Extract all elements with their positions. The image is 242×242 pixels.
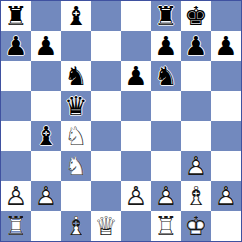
square-g8[interactable]: ♚: [181, 1, 211, 31]
white-king[interactable]: ♚♔: [181, 211, 211, 241]
white-queen[interactable]: ♛♕: [91, 211, 121, 241]
square-f1[interactable]: ♜♖: [151, 211, 181, 241]
square-a7[interactable]: ♟: [1, 31, 31, 61]
black-rook-glyph: ♜: [151, 1, 181, 31]
square-a6[interactable]: [1, 61, 31, 91]
black-bishop[interactable]: ♝: [31, 121, 61, 151]
square-g2[interactable]: ♝♗: [181, 181, 211, 211]
square-b7[interactable]: ♟: [31, 31, 61, 61]
black-knight[interactable]: ♞: [151, 61, 181, 91]
square-f7[interactable]: ♟: [151, 31, 181, 61]
black-pawn-glyph: ♟: [211, 31, 241, 61]
square-d5[interactable]: [91, 91, 121, 121]
white-pawn-glyph: ♙: [31, 181, 61, 211]
square-b4[interactable]: ♝: [31, 121, 61, 151]
square-h8[interactable]: [211, 1, 241, 31]
chess-board-container: ♜♝♜♚♟♟♟♟♟♞♟♞♛♝♞♘♞♘♟♙♟♙♟♙♟♙♟♙♝♗♟♙♜♖♝♗♛♕♜♖…: [0, 0, 242, 242]
square-a8[interactable]: ♜: [1, 1, 31, 31]
square-e2[interactable]: ♟♙: [121, 181, 151, 211]
black-pawn[interactable]: ♟: [181, 31, 211, 61]
square-a1[interactable]: ♜♖: [1, 211, 31, 241]
white-knight-glyph: ♘: [61, 121, 91, 151]
square-e4[interactable]: [121, 121, 151, 151]
square-g7[interactable]: ♟: [181, 31, 211, 61]
black-rook[interactable]: ♜: [1, 1, 31, 31]
white-rook-glyph: ♖: [1, 211, 31, 241]
black-pawn[interactable]: ♟: [121, 61, 151, 91]
square-h7[interactable]: ♟: [211, 31, 241, 61]
white-pawn[interactable]: ♟♙: [1, 181, 31, 211]
square-b2[interactable]: ♟♙: [31, 181, 61, 211]
square-h5[interactable]: [211, 91, 241, 121]
white-pawn-glyph: ♙: [181, 151, 211, 181]
white-rook[interactable]: ♜♖: [151, 211, 181, 241]
white-pawn[interactable]: ♟♙: [211, 181, 241, 211]
square-g4[interactable]: [181, 121, 211, 151]
white-queen-glyph: ♕: [91, 211, 121, 241]
square-h2[interactable]: ♟♙: [211, 181, 241, 211]
square-c1[interactable]: ♝♗: [61, 211, 91, 241]
square-e6[interactable]: ♟: [121, 61, 151, 91]
white-knight[interactable]: ♞♘: [61, 121, 91, 151]
white-knight[interactable]: ♞♘: [61, 151, 91, 181]
white-bishop[interactable]: ♝♗: [61, 211, 91, 241]
square-c3[interactable]: ♞♘: [61, 151, 91, 181]
square-b8[interactable]: [31, 1, 61, 31]
square-f5[interactable]: [151, 91, 181, 121]
square-g1[interactable]: ♚♔: [181, 211, 211, 241]
square-g5[interactable]: [181, 91, 211, 121]
white-knight-glyph: ♘: [61, 151, 91, 181]
black-bishop-glyph: ♝: [31, 121, 61, 151]
black-rook[interactable]: ♜: [151, 1, 181, 31]
white-pawn-glyph: ♙: [211, 181, 241, 211]
black-pawn-glyph: ♟: [181, 31, 211, 61]
black-knight-glyph: ♞: [151, 61, 181, 91]
square-d1[interactable]: ♛♕: [91, 211, 121, 241]
black-pawn-glyph: ♟: [151, 31, 181, 61]
white-pawn[interactable]: ♟♙: [151, 181, 181, 211]
white-bishop[interactable]: ♝♗: [181, 181, 211, 211]
white-pawn[interactable]: ♟♙: [181, 151, 211, 181]
square-d4[interactable]: [91, 121, 121, 151]
square-a4[interactable]: [1, 121, 31, 151]
square-d6[interactable]: [91, 61, 121, 91]
square-c8[interactable]: ♝: [61, 1, 91, 31]
white-rook-glyph: ♖: [151, 211, 181, 241]
square-e5[interactable]: [121, 91, 151, 121]
square-c5[interactable]: ♛: [61, 91, 91, 121]
square-d8[interactable]: [91, 1, 121, 31]
black-queen-glyph: ♛: [61, 91, 91, 121]
square-e1[interactable]: [121, 211, 151, 241]
square-c6[interactable]: ♞: [61, 61, 91, 91]
black-pawn[interactable]: ♟: [31, 31, 61, 61]
white-pawn[interactable]: ♟♙: [121, 181, 151, 211]
black-queen[interactable]: ♛: [61, 91, 91, 121]
black-pawn-glyph: ♟: [1, 31, 31, 61]
black-pawn[interactable]: ♟: [1, 31, 31, 61]
black-king-glyph: ♚: [181, 1, 211, 31]
chess-board: ♜♝♜♚♟♟♟♟♟♞♟♞♛♝♞♘♞♘♟♙♟♙♟♙♟♙♟♙♝♗♟♙♜♖♝♗♛♕♜♖…: [0, 0, 242, 242]
square-c7[interactable]: [61, 31, 91, 61]
black-knight[interactable]: ♞: [61, 61, 91, 91]
square-f2[interactable]: ♟♙: [151, 181, 181, 211]
square-f4[interactable]: [151, 121, 181, 151]
square-b6[interactable]: [31, 61, 61, 91]
white-pawn-glyph: ♙: [121, 181, 151, 211]
square-f3[interactable]: [151, 151, 181, 181]
square-h6[interactable]: [211, 61, 241, 91]
square-f6[interactable]: ♞: [151, 61, 181, 91]
square-b1[interactable]: [31, 211, 61, 241]
square-e3[interactable]: [121, 151, 151, 181]
white-rook[interactable]: ♜♖: [1, 211, 31, 241]
square-f8[interactable]: ♜: [151, 1, 181, 31]
black-pawn-glyph: ♟: [31, 31, 61, 61]
square-d7[interactable]: [91, 31, 121, 61]
black-knight-glyph: ♞: [61, 61, 91, 91]
square-c4[interactable]: ♞♘: [61, 121, 91, 151]
square-h4[interactable]: [211, 121, 241, 151]
square-a3[interactable]: [1, 151, 31, 181]
square-e8[interactable]: [121, 1, 151, 31]
black-king[interactable]: ♚: [181, 1, 211, 31]
black-pawn[interactable]: ♟: [151, 31, 181, 61]
white-pawn-glyph: ♙: [151, 181, 181, 211]
square-d2[interactable]: [91, 181, 121, 211]
square-a2[interactable]: ♟♙: [1, 181, 31, 211]
white-king-glyph: ♔: [181, 211, 211, 241]
square-g3[interactable]: ♟♙: [181, 151, 211, 181]
square-a5[interactable]: [1, 91, 31, 121]
black-pawn[interactable]: ♟: [211, 31, 241, 61]
square-h1[interactable]: [211, 211, 241, 241]
black-bishop-glyph: ♝: [61, 1, 91, 31]
square-e7[interactable]: [121, 31, 151, 61]
square-g6[interactable]: [181, 61, 211, 91]
white-pawn[interactable]: ♟♙: [31, 181, 61, 211]
white-bishop-glyph: ♗: [181, 181, 211, 211]
square-b5[interactable]: [31, 91, 61, 121]
square-h3[interactable]: [211, 151, 241, 181]
square-c2[interactable]: [61, 181, 91, 211]
white-pawn-glyph: ♙: [1, 181, 31, 211]
black-rook-glyph: ♜: [1, 1, 31, 31]
square-d3[interactable]: [91, 151, 121, 181]
square-b3[interactable]: [31, 151, 61, 181]
black-bishop[interactable]: ♝: [61, 1, 91, 31]
white-bishop-glyph: ♗: [61, 211, 91, 241]
black-pawn-glyph: ♟: [121, 61, 151, 91]
